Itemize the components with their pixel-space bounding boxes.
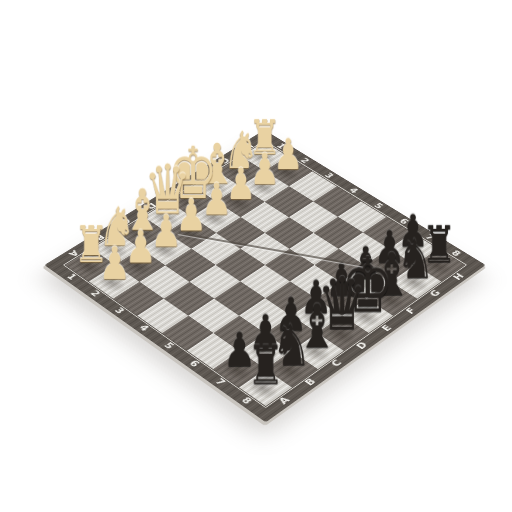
coord-label-text: 2 bbox=[89, 289, 103, 298]
square-c4 bbox=[190, 265, 240, 298]
coord-label-text: 3 bbox=[113, 306, 127, 315]
coord-label-file-right: H bbox=[441, 265, 476, 289]
coord-label-text: G bbox=[428, 289, 442, 299]
coord-label-text: D bbox=[354, 341, 369, 351]
coord-label-text: 6 bbox=[187, 359, 201, 369]
coord-label-text: B bbox=[304, 377, 319, 387]
coord-label-text: 7 bbox=[213, 377, 227, 387]
coord-label-text: 8 bbox=[240, 396, 254, 406]
coord-label-text: 5 bbox=[162, 341, 176, 350]
coord-label-text: E bbox=[380, 323, 394, 332]
board-border-corner bbox=[44, 258, 65, 272]
coord-label-text: 1 bbox=[65, 272, 78, 281]
piece-glyph: ♟ bbox=[98, 241, 130, 286]
chess-set-product-photo: 12345678H♜♟♟♜HG♞♟♟♞GF♝♟♟♝FE♚♟♟♚ED♛♟♟♛DC♝… bbox=[0, 0, 512, 512]
coord-label-text: 4 bbox=[137, 323, 151, 332]
coord-label-text: F bbox=[404, 306, 418, 315]
coord-label-text: H bbox=[451, 272, 465, 282]
perspective-scene: 12345678H♜♟♟♜HG♞♟♟♞GF♝♟♟♝FE♚♟♟♚ED♛♟♟♛DC♝… bbox=[0, 0, 512, 512]
piece-glyph: ♜ bbox=[247, 339, 284, 392]
coord-label-text: A bbox=[277, 395, 292, 405]
coord-label-text: C bbox=[329, 359, 343, 369]
chess-board: 12345678H♜♟♟♜HG♞♟♟♞GF♝♟♟♝FE♚♟♟♚ED♛♟♟♛DC♝… bbox=[44, 130, 485, 423]
